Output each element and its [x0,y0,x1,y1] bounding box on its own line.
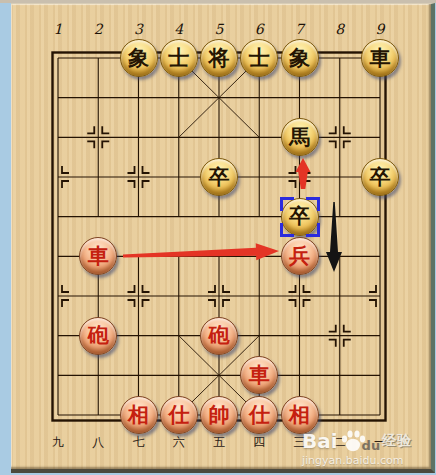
watermark-bai-text: Bai [302,429,338,453]
xiangqi-screenshot: { "game": "xiangqi", "position": { "fen"… [0,0,436,475]
watermark-jingyan-text: 经验 [382,432,412,450]
pawn-capture-arrow [326,202,342,272]
move-annotation-arrows [0,0,436,475]
rook-to-pawn-arrow [123,243,279,260]
watermark-du-text: du [362,438,381,453]
pawn-advance-arrow [296,158,311,189]
watermark-url: jingyan.baidu.com [302,454,430,467]
baidu-jingyan-watermark: Bai du 经验 jingyan.baidu.com [302,429,430,467]
watermark-logo: Bai du 经验 [302,429,430,453]
